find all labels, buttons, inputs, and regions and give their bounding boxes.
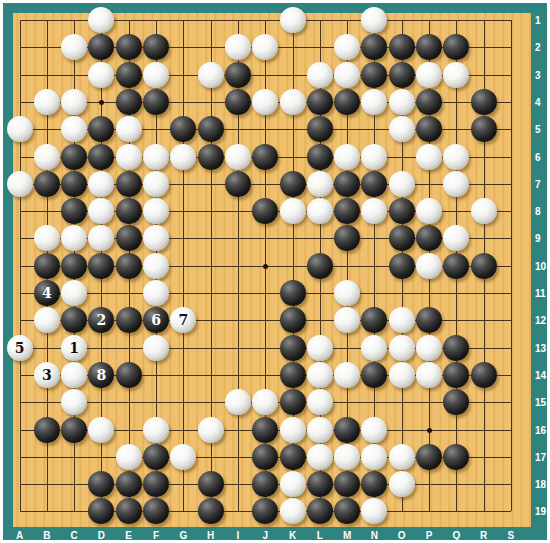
stone-white-K4[interactable] <box>280 89 306 115</box>
stone-white-L16[interactable] <box>307 417 333 443</box>
column-label-R: R <box>480 530 487 541</box>
stone-white-B6[interactable] <box>34 144 60 170</box>
stone-black-C8[interactable] <box>61 198 87 224</box>
stone-black-P17[interactable] <box>416 444 442 470</box>
column-label-H: H <box>207 530 214 541</box>
stone-white-C13[interactable]: 1 <box>61 335 87 361</box>
stone-white-L13[interactable] <box>307 335 333 361</box>
stone-black-K17[interactable] <box>280 444 306 470</box>
stone-white-D3[interactable] <box>88 62 114 88</box>
stone-black-P4[interactable] <box>416 89 442 115</box>
stone-black-C16[interactable] <box>61 417 87 443</box>
stone-black-D6[interactable] <box>88 144 114 170</box>
stone-black-J6[interactable] <box>252 144 278 170</box>
stone-black-L19[interactable] <box>307 498 333 524</box>
stone-black-G5[interactable] <box>170 116 196 142</box>
stone-white-G6[interactable] <box>170 144 196 170</box>
row-label-1: 1 <box>535 15 541 26</box>
move-number-label: 3 <box>34 362 60 388</box>
move-number-label: 4 <box>34 280 60 306</box>
stone-white-K8[interactable] <box>280 198 306 224</box>
stone-black-B11[interactable]: 4 <box>34 280 60 306</box>
stone-white-F10[interactable] <box>143 253 169 279</box>
stone-white-Q6[interactable] <box>443 144 469 170</box>
stone-black-D2[interactable] <box>88 34 114 60</box>
column-label-G: G <box>179 530 187 541</box>
stone-black-B7[interactable] <box>34 171 60 197</box>
stone-black-Q13[interactable] <box>443 335 469 361</box>
stone-white-F11[interactable] <box>143 280 169 306</box>
stone-white-P8[interactable] <box>416 198 442 224</box>
stone-black-R4[interactable] <box>471 89 497 115</box>
stone-white-O7[interactable] <box>389 171 415 197</box>
column-label-C: C <box>70 530 77 541</box>
stone-black-F19[interactable] <box>143 498 169 524</box>
stone-white-G17[interactable] <box>170 444 196 470</box>
stone-white-L15[interactable] <box>307 389 333 415</box>
stone-black-R5[interactable] <box>471 116 497 142</box>
stone-black-B16[interactable] <box>34 417 60 443</box>
stone-white-Q7[interactable] <box>443 171 469 197</box>
row-label-5: 5 <box>535 124 541 135</box>
stone-black-E7[interactable] <box>116 171 142 197</box>
grid-line-horizontal <box>20 293 511 294</box>
stone-black-E10[interactable] <box>116 253 142 279</box>
stone-white-F13[interactable] <box>143 335 169 361</box>
stone-white-E6[interactable] <box>116 144 142 170</box>
stone-black-J16[interactable] <box>252 417 278 443</box>
column-label-P: P <box>426 530 433 541</box>
stone-black-M4[interactable] <box>334 89 360 115</box>
stone-black-K15[interactable] <box>280 389 306 415</box>
row-label-12: 12 <box>535 315 546 326</box>
stone-white-L14[interactable] <box>307 362 333 388</box>
stone-white-G12[interactable]: 7 <box>170 307 196 333</box>
stone-white-C2[interactable] <box>61 34 87 60</box>
column-label-D: D <box>98 530 105 541</box>
stone-white-K1[interactable] <box>280 7 306 33</box>
stone-black-M9[interactable] <box>334 225 360 251</box>
row-label-13: 13 <box>535 342 546 353</box>
stone-black-E12[interactable] <box>116 307 142 333</box>
row-label-10: 10 <box>535 260 546 271</box>
stone-white-C9[interactable] <box>61 225 87 251</box>
stone-black-N14[interactable] <box>361 362 387 388</box>
column-label-E: E <box>125 530 132 541</box>
stone-black-F2[interactable] <box>143 34 169 60</box>
stone-black-L18[interactable] <box>307 471 333 497</box>
column-label-N: N <box>371 530 378 541</box>
stone-white-F9[interactable] <box>143 225 169 251</box>
stone-white-F8[interactable] <box>143 198 169 224</box>
stone-black-N3[interactable] <box>361 62 387 88</box>
stone-black-M18[interactable] <box>334 471 360 497</box>
stone-black-M8[interactable] <box>334 198 360 224</box>
stone-black-N12[interactable] <box>361 307 387 333</box>
stone-white-F6[interactable] <box>143 144 169 170</box>
stone-black-O3[interactable] <box>389 62 415 88</box>
stone-black-B10[interactable] <box>34 253 60 279</box>
stone-black-D10[interactable] <box>88 253 114 279</box>
stone-white-C4[interactable] <box>61 89 87 115</box>
stone-white-P10[interactable] <box>416 253 442 279</box>
row-label-3: 3 <box>535 69 541 80</box>
stone-white-D8[interactable] <box>88 198 114 224</box>
stone-black-H5[interactable] <box>198 116 224 142</box>
column-label-Q: Q <box>452 530 460 541</box>
stone-white-B14[interactable]: 3 <box>34 362 60 388</box>
stone-white-P13[interactable] <box>416 335 442 361</box>
stone-black-R14[interactable] <box>471 362 497 388</box>
stone-black-F12[interactable]: 6 <box>143 307 169 333</box>
row-label-14: 14 <box>535 369 546 380</box>
stone-black-P9[interactable] <box>416 225 442 251</box>
stone-white-P6[interactable] <box>416 144 442 170</box>
stone-white-H3[interactable] <box>198 62 224 88</box>
stone-black-Q15[interactable] <box>443 389 469 415</box>
stone-white-Q3[interactable] <box>443 62 469 88</box>
move-number-label: 8 <box>88 362 114 388</box>
row-label-6: 6 <box>535 151 541 162</box>
stone-white-C14[interactable] <box>61 362 87 388</box>
stone-black-E19[interactable] <box>116 498 142 524</box>
column-label-F: F <box>153 530 159 541</box>
hoshi-point <box>427 428 432 433</box>
stone-white-O12[interactable] <box>389 307 415 333</box>
stone-black-D18[interactable] <box>88 471 114 497</box>
stone-black-F4[interactable] <box>143 89 169 115</box>
move-number-label: 2 <box>88 307 114 333</box>
stone-black-K12[interactable] <box>280 307 306 333</box>
stone-white-K19[interactable] <box>280 498 306 524</box>
stone-black-L5[interactable] <box>307 116 333 142</box>
stone-white-E17[interactable] <box>116 444 142 470</box>
stone-black-M7[interactable] <box>334 171 360 197</box>
stone-black-J18[interactable] <box>252 471 278 497</box>
stone-white-O17[interactable] <box>389 444 415 470</box>
stone-black-L4[interactable] <box>307 89 333 115</box>
stone-black-K13[interactable] <box>280 335 306 361</box>
hoshi-point <box>263 264 268 269</box>
stone-white-F7[interactable] <box>143 171 169 197</box>
stone-black-D14[interactable]: 8 <box>88 362 114 388</box>
stone-white-M11[interactable] <box>334 280 360 306</box>
stone-white-F3[interactable] <box>143 62 169 88</box>
row-label-18: 18 <box>535 479 546 490</box>
stone-white-L3[interactable] <box>307 62 333 88</box>
stone-white-A13[interactable]: 5 <box>7 335 33 361</box>
row-label-7: 7 <box>535 178 541 189</box>
stone-white-N17[interactable] <box>361 444 387 470</box>
stone-black-E18[interactable] <box>116 471 142 497</box>
stone-white-K16[interactable] <box>280 417 306 443</box>
stone-white-A5[interactable] <box>7 116 33 142</box>
row-label-2: 2 <box>535 42 541 53</box>
stone-black-K11[interactable] <box>280 280 306 306</box>
stone-white-N4[interactable] <box>361 89 387 115</box>
hoshi-point <box>99 100 104 105</box>
row-label-4: 4 <box>535 96 541 107</box>
stone-white-J4[interactable] <box>252 89 278 115</box>
stone-white-C11[interactable] <box>61 280 87 306</box>
stone-white-O5[interactable] <box>389 116 415 142</box>
column-label-S: S <box>508 530 515 541</box>
stone-black-P5[interactable] <box>416 116 442 142</box>
column-label-J: J <box>262 530 268 541</box>
stone-black-C7[interactable] <box>61 171 87 197</box>
stone-white-M3[interactable] <box>334 62 360 88</box>
stone-black-L10[interactable] <box>307 253 333 279</box>
stone-black-Q2[interactable] <box>443 34 469 60</box>
stone-black-J17[interactable] <box>252 444 278 470</box>
stone-white-L7[interactable] <box>307 171 333 197</box>
stone-black-C12[interactable] <box>61 307 87 333</box>
stone-white-K18[interactable] <box>280 471 306 497</box>
stone-white-I2[interactable] <box>225 34 251 60</box>
stone-white-M2[interactable] <box>334 34 360 60</box>
stone-white-O13[interactable] <box>389 335 415 361</box>
stone-white-I15[interactable] <box>225 389 251 415</box>
stone-black-M19[interactable] <box>334 498 360 524</box>
stone-white-M6[interactable] <box>334 144 360 170</box>
stone-black-E9[interactable] <box>116 225 142 251</box>
stone-white-M17[interactable] <box>334 444 360 470</box>
stone-black-C6[interactable] <box>61 144 87 170</box>
stone-black-I7[interactable] <box>225 171 251 197</box>
stone-black-H18[interactable] <box>198 471 224 497</box>
stone-black-D12[interactable]: 2 <box>88 307 114 333</box>
row-label-16: 16 <box>535 424 546 435</box>
stone-black-Q14[interactable] <box>443 362 469 388</box>
row-label-17: 17 <box>535 451 546 462</box>
stone-black-E8[interactable] <box>116 198 142 224</box>
stone-white-D1[interactable] <box>88 7 114 33</box>
row-label-9: 9 <box>535 233 541 244</box>
stone-white-N8[interactable] <box>361 198 387 224</box>
column-label-O: O <box>398 530 406 541</box>
stone-black-N18[interactable] <box>361 471 387 497</box>
stone-white-P14[interactable] <box>416 362 442 388</box>
stone-white-D16[interactable] <box>88 417 114 443</box>
stone-black-J19[interactable] <box>252 498 278 524</box>
stone-black-K7[interactable] <box>280 171 306 197</box>
stone-black-E14[interactable] <box>116 362 142 388</box>
move-number-label: 5 <box>7 335 33 361</box>
column-label-A: A <box>16 530 23 541</box>
stone-white-C5[interactable] <box>61 116 87 142</box>
stone-black-O10[interactable] <box>389 253 415 279</box>
stone-white-B12[interactable] <box>34 307 60 333</box>
stone-black-D5[interactable] <box>88 116 114 142</box>
move-number-label: 7 <box>170 307 196 333</box>
stone-white-N1[interactable] <box>361 7 387 33</box>
column-label-L: L <box>317 530 323 541</box>
grid-line-vertical <box>511 20 512 511</box>
stone-black-I4[interactable] <box>225 89 251 115</box>
stone-black-Q10[interactable] <box>443 253 469 279</box>
stone-white-I6[interactable] <box>225 144 251 170</box>
stone-white-H16[interactable] <box>198 417 224 443</box>
stone-white-R8[interactable] <box>471 198 497 224</box>
stone-white-O4[interactable] <box>389 89 415 115</box>
column-label-B: B <box>43 530 50 541</box>
stone-black-N7[interactable] <box>361 171 387 197</box>
stone-white-Q9[interactable] <box>443 225 469 251</box>
stone-white-C15[interactable] <box>61 389 87 415</box>
stone-black-E3[interactable] <box>116 62 142 88</box>
stone-black-R10[interactable] <box>471 253 497 279</box>
stone-white-D7[interactable] <box>88 171 114 197</box>
stone-white-B4[interactable] <box>34 89 60 115</box>
stone-white-L17[interactable] <box>307 444 333 470</box>
stone-white-J2[interactable] <box>252 34 278 60</box>
stone-black-E4[interactable] <box>116 89 142 115</box>
stone-black-Q17[interactable] <box>443 444 469 470</box>
stone-white-N19[interactable] <box>361 498 387 524</box>
column-label-K: K <box>289 530 296 541</box>
stone-white-E5[interactable] <box>116 116 142 142</box>
stone-white-O18[interactable] <box>389 471 415 497</box>
move-number-label: 6 <box>143 307 169 333</box>
stone-white-N6[interactable] <box>361 144 387 170</box>
stone-black-O9[interactable] <box>389 225 415 251</box>
stone-white-J15[interactable] <box>252 389 278 415</box>
stone-white-P3[interactable] <box>416 62 442 88</box>
stone-white-M14[interactable] <box>334 362 360 388</box>
stone-black-N2[interactable] <box>361 34 387 60</box>
stone-white-D9[interactable] <box>88 225 114 251</box>
goban-grid: 42675138ABCDEFGHIJKLMNOPQRS1234567891011… <box>0 0 550 543</box>
stone-black-O8[interactable] <box>389 198 415 224</box>
column-label-M: M <box>343 530 351 541</box>
stone-black-J8[interactable] <box>252 198 278 224</box>
stone-white-N13[interactable] <box>361 335 387 361</box>
stone-black-F17[interactable] <box>143 444 169 470</box>
stone-white-O14[interactable] <box>389 362 415 388</box>
stone-black-M16[interactable] <box>334 417 360 443</box>
stone-black-F18[interactable] <box>143 471 169 497</box>
stone-white-M12[interactable] <box>334 307 360 333</box>
stone-black-D19[interactable] <box>88 498 114 524</box>
stone-black-L6[interactable] <box>307 144 333 170</box>
stone-black-C10[interactable] <box>61 253 87 279</box>
stone-black-H6[interactable] <box>198 144 224 170</box>
stone-white-A7[interactable] <box>7 171 33 197</box>
stone-white-N16[interactable] <box>361 417 387 443</box>
stone-black-E2[interactable] <box>116 34 142 60</box>
row-label-8: 8 <box>535 206 541 217</box>
stone-black-K14[interactable] <box>280 362 306 388</box>
stone-black-P12[interactable] <box>416 307 442 333</box>
stone-white-L8[interactable] <box>307 198 333 224</box>
column-label-I: I <box>237 530 240 541</box>
row-label-19: 19 <box>535 506 546 517</box>
stone-white-F16[interactable] <box>143 417 169 443</box>
stone-black-P2[interactable] <box>416 34 442 60</box>
stone-white-B9[interactable] <box>34 225 60 251</box>
stone-black-O2[interactable] <box>389 34 415 60</box>
move-number-label: 1 <box>61 335 87 361</box>
row-label-11: 11 <box>535 288 546 299</box>
row-label-15: 15 <box>535 397 546 408</box>
stone-black-H19[interactable] <box>198 498 224 524</box>
stone-black-I3[interactable] <box>225 62 251 88</box>
